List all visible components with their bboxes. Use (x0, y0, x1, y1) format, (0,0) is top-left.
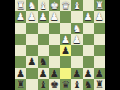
white-pawn[interactable]: ♟ (84, 11, 93, 22)
square-h7[interactable]: ♟ (15, 68, 26, 79)
black-knight[interactable]: ♞ (84, 79, 93, 90)
square-e6[interactable] (49, 56, 60, 67)
square-b2[interactable]: ♟ (83, 11, 94, 22)
white-pawn[interactable]: ♟ (16, 11, 25, 22)
white-pawn[interactable]: ♟ (39, 11, 48, 22)
square-a6[interactable] (94, 56, 105, 67)
square-f8[interactable]: ♝ (38, 79, 49, 90)
square-a5[interactable] (94, 45, 105, 56)
letterbox-right (105, 0, 120, 90)
square-f7[interactable]: ♟ (38, 68, 49, 79)
white-bishop[interactable]: ♝ (39, 0, 48, 11)
black-pawn[interactable]: ♟ (84, 68, 93, 79)
white-knight[interactable]: ♞ (72, 23, 81, 34)
square-f5[interactable] (38, 45, 49, 56)
white-pawn[interactable]: ♟ (27, 11, 36, 22)
square-e1[interactable]: ♚ (49, 0, 60, 11)
square-c2[interactable] (71, 11, 82, 22)
square-g4[interactable] (26, 34, 37, 45)
square-a7[interactable]: ♟ (94, 68, 105, 79)
square-c6[interactable] (71, 56, 82, 67)
white-pawn[interactable]: ♟ (95, 11, 104, 22)
square-f1[interactable]: ♝ (38, 0, 49, 11)
square-f2[interactable]: ♟ (38, 11, 49, 22)
white-bishop[interactable]: ♝ (72, 0, 81, 11)
square-g8[interactable] (26, 79, 37, 90)
square-c4[interactable]: ♟ (71, 34, 82, 45)
square-c8[interactable]: ♝ (71, 79, 82, 90)
square-f4[interactable] (38, 34, 49, 45)
square-b1[interactable] (83, 0, 94, 11)
chess-board: ♜♞♝♚♛♝♜♟♟♟♟♟♟♞♟♟♟♟♞♟♟♟♟♟♟♜♝♚♛♝♞♜ (15, 0, 105, 90)
square-b4[interactable] (83, 34, 94, 45)
square-c5[interactable] (71, 45, 82, 56)
white-pawn[interactable]: ♟ (72, 34, 81, 45)
white-queen[interactable]: ♛ (61, 0, 70, 11)
square-b8[interactable]: ♞ (83, 79, 94, 90)
square-h5[interactable] (15, 45, 26, 56)
black-pawn[interactable]: ♟ (95, 68, 104, 79)
square-d1[interactable]: ♛ (60, 0, 71, 11)
black-rook[interactable]: ♜ (95, 79, 104, 90)
letterbox-left (0, 0, 15, 90)
black-pawn[interactable]: ♟ (61, 45, 70, 56)
square-h8[interactable]: ♜ (15, 79, 26, 90)
square-h3[interactable] (15, 23, 26, 34)
square-a1[interactable]: ♜ (94, 0, 105, 11)
square-d5[interactable]: ♟ (60, 45, 71, 56)
square-a8[interactable]: ♜ (94, 79, 105, 90)
black-pawn[interactable]: ♟ (27, 56, 36, 67)
square-g2[interactable]: ♟ (26, 11, 37, 22)
square-d3[interactable] (60, 23, 71, 34)
square-h2[interactable]: ♟ (15, 11, 26, 22)
square-d7[interactable] (60, 68, 71, 79)
square-f6[interactable]: ♞ (38, 56, 49, 67)
square-b5[interactable] (83, 45, 94, 56)
black-pawn[interactable]: ♟ (16, 68, 25, 79)
square-g3[interactable] (26, 23, 37, 34)
square-e5[interactable] (49, 45, 60, 56)
square-e7[interactable]: ♟ (49, 68, 60, 79)
square-h6[interactable] (15, 56, 26, 67)
square-b6[interactable] (83, 56, 94, 67)
square-h4[interactable] (15, 34, 26, 45)
black-bishop[interactable]: ♝ (72, 79, 81, 90)
square-e4[interactable] (49, 34, 60, 45)
square-e2[interactable]: ♟ (49, 11, 60, 22)
square-g1[interactable]: ♞ (26, 0, 37, 11)
app-stage: ♜♞♝♚♛♝♜♟♟♟♟♟♟♞♟♟♟♟♞♟♟♟♟♟♟♜♝♚♛♝♞♜ (0, 0, 120, 90)
square-d8[interactable]: ♛ (60, 79, 71, 90)
square-a4[interactable] (94, 34, 105, 45)
square-c3[interactable]: ♞ (71, 23, 82, 34)
black-rook[interactable]: ♜ (16, 79, 25, 90)
square-d4[interactable]: ♟ (60, 34, 71, 45)
square-e8[interactable]: ♚ (49, 79, 60, 90)
square-f3[interactable] (38, 23, 49, 34)
square-g7[interactable] (26, 68, 37, 79)
black-pawn[interactable]: ♟ (39, 68, 48, 79)
black-pawn[interactable]: ♟ (50, 68, 59, 79)
white-knight[interactable]: ♞ (27, 0, 36, 11)
black-king[interactable]: ♚ (50, 79, 59, 90)
white-king[interactable]: ♚ (50, 0, 59, 11)
black-knight[interactable]: ♞ (39, 56, 48, 67)
square-d6[interactable] (60, 56, 71, 67)
square-h1[interactable]: ♜ (15, 0, 26, 11)
square-a3[interactable] (94, 23, 105, 34)
square-c1[interactable]: ♝ (71, 0, 82, 11)
square-a2[interactable]: ♟ (94, 11, 105, 22)
white-rook[interactable]: ♜ (95, 0, 104, 11)
square-b7[interactable]: ♟ (83, 68, 94, 79)
white-pawn[interactable]: ♟ (61, 34, 70, 45)
square-g5[interactable] (26, 45, 37, 56)
square-b3[interactable] (83, 23, 94, 34)
black-queen[interactable]: ♛ (61, 79, 70, 90)
square-d2[interactable] (60, 11, 71, 22)
black-pawn[interactable]: ♟ (72, 68, 81, 79)
white-rook[interactable]: ♜ (16, 0, 25, 11)
black-bishop[interactable]: ♝ (39, 79, 48, 90)
square-e3[interactable] (49, 23, 60, 34)
square-g6[interactable]: ♟ (26, 56, 37, 67)
square-c7[interactable]: ♟ (71, 68, 82, 79)
white-pawn[interactable]: ♟ (50, 11, 59, 22)
